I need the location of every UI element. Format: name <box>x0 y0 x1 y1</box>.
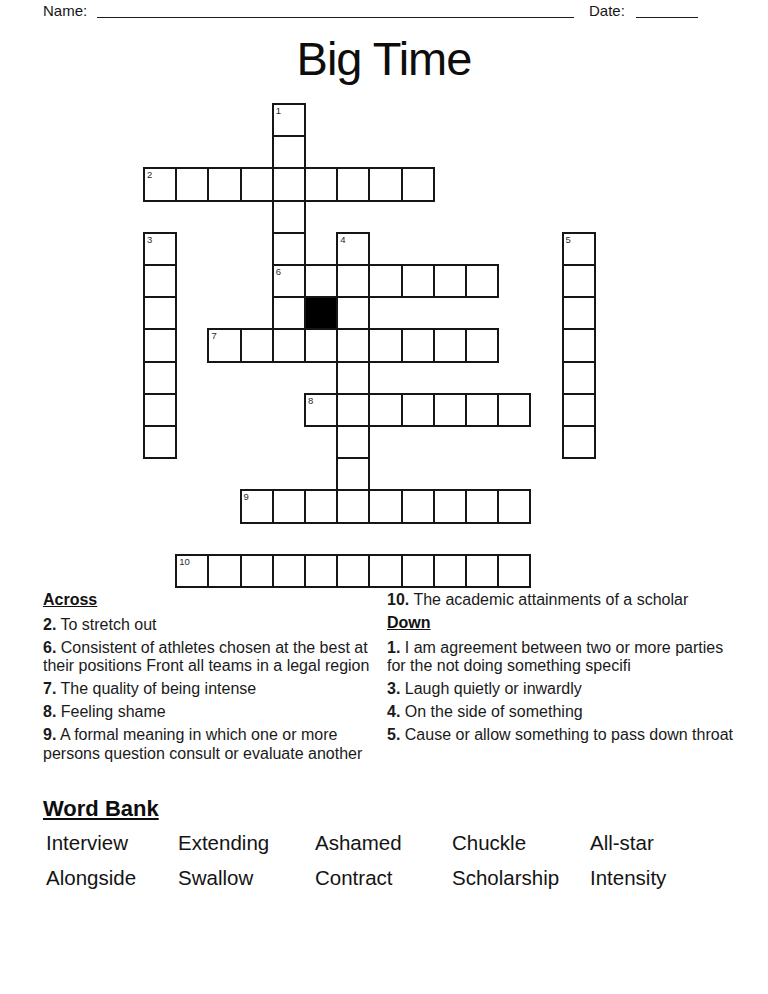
clue-number-label: 6. <box>43 639 56 656</box>
word-bank-word: Intensity <box>590 866 740 890</box>
grid-cell-r10-c0[interactable] <box>143 425 177 459</box>
grid-cell-r2-c4[interactable] <box>272 167 306 201</box>
word-bank-word: Contract <box>315 866 452 890</box>
grid-cell-r8-c6[interactable] <box>336 361 370 395</box>
grid-cell-r14-c1[interactable]: 10 <box>175 554 209 588</box>
cell-number-2: 2 <box>147 170 152 180</box>
across-header: Across <box>43 591 390 610</box>
grid-cell-r7-c13[interactable] <box>562 328 596 362</box>
grid-cell-r9-c5[interactable]: 8 <box>304 393 338 427</box>
clue-number-label: 10. <box>387 591 409 608</box>
clue-number-label: 4. <box>387 703 400 720</box>
word-bank-word: Swallow <box>178 866 315 890</box>
clue-9: 9. A formal meaning in which one or more… <box>43 726 390 763</box>
cell-number-6: 6 <box>276 267 281 277</box>
grid-cell-r5-c7[interactable] <box>368 264 402 298</box>
clue-4: 4. On the side of something <box>387 703 743 722</box>
cell-number-7: 7 <box>211 331 216 341</box>
word-bank: InterviewExtendingAshamedChuckleAll-star… <box>46 831 740 890</box>
grid-cell-r1-c4[interactable] <box>272 135 306 169</box>
grid-cell-r14-c5[interactable] <box>304 554 338 588</box>
crossword-grid: 12345678910 <box>143 103 598 590</box>
grid-cell-r12-c11[interactable] <box>497 489 531 523</box>
grid-cell-r12-c10[interactable] <box>465 489 499 523</box>
clue-5: 5. Cause or allow something to pass down… <box>387 726 743 745</box>
grid-cell-r9-c11[interactable] <box>497 393 531 427</box>
grid-cell-r4-c13[interactable]: 5 <box>562 232 596 266</box>
grid-cell-r7-c4[interactable] <box>272 328 306 362</box>
clue-number-label: 1. <box>387 639 400 656</box>
worksheet-page: Name: Date: Big Time 12345678910 Across … <box>0 0 768 994</box>
cell-number-8: 8 <box>308 396 313 406</box>
grid-cell-r6-c0[interactable] <box>143 296 177 330</box>
grid-cell-r9-c7[interactable] <box>368 393 402 427</box>
clue-number-label: 5. <box>387 726 400 743</box>
grid-cell-r2-c1[interactable] <box>175 167 209 201</box>
grid-cell-r5-c10[interactable] <box>465 264 499 298</box>
grid-cell-r14-c7[interactable] <box>368 554 402 588</box>
clue-7: 7. The quality of being intense <box>43 680 390 699</box>
clue-1: 1. I am agreement between two or more pa… <box>387 639 743 676</box>
grid-cell-r14-c9[interactable] <box>433 554 467 588</box>
grid-cell-r6-c13[interactable] <box>562 296 596 330</box>
grid-cell-r5-c9[interactable] <box>433 264 467 298</box>
down-clues-column: 10. The academic attainments of a schola… <box>387 591 743 749</box>
clue-10: 10. The academic attainments of a schola… <box>387 591 743 610</box>
cell-number-10: 10 <box>179 557 190 567</box>
clue-8: 8. Feeling shame <box>43 703 390 722</box>
grid-cell-r7-c3[interactable] <box>240 328 274 362</box>
grid-cell-r12-c5[interactable] <box>304 489 338 523</box>
grid-cell-r7-c9[interactable] <box>433 328 467 362</box>
grid-cell-r2-c8[interactable] <box>401 167 435 201</box>
grid-cell-r12-c4[interactable] <box>272 489 306 523</box>
grid-cell-r9-c0[interactable] <box>143 393 177 427</box>
clue-number-label: 8. <box>43 703 56 720</box>
grid-cell-r7-c7[interactable] <box>368 328 402 362</box>
word-bank-word: All-star <box>590 831 740 855</box>
grid-cell-r2-c5[interactable] <box>304 167 338 201</box>
clue-number-label: 7. <box>43 680 56 697</box>
grid-cell-r5-c5[interactable] <box>304 264 338 298</box>
grid-cell-r5-c4[interactable]: 6 <box>272 264 306 298</box>
grid-cell-r10-c6[interactable] <box>336 425 370 459</box>
grid-cell-r14-c11[interactable] <box>497 554 531 588</box>
word-bank-word: Ashamed <box>315 831 452 855</box>
grid-cell-r9-c8[interactable] <box>401 393 435 427</box>
grid-cell-r2-c7[interactable] <box>368 167 402 201</box>
grid-cell-r8-c0[interactable] <box>143 361 177 395</box>
word-bank-word: Chuckle <box>452 831 590 855</box>
grid-cell-r10-c13[interactable] <box>562 425 596 459</box>
cell-number-1: 1 <box>276 106 281 116</box>
grid-cell-r2-c3[interactable] <box>240 167 274 201</box>
cell-number-4: 4 <box>340 235 345 245</box>
grid-cell-r5-c0[interactable] <box>143 264 177 298</box>
grid-cell-r11-c6[interactable] <box>336 457 370 491</box>
grid-cell-r2-c6[interactable] <box>336 167 370 201</box>
page-title: Big Time <box>0 31 768 86</box>
clue-3: 3. Laugh quietly or inwardly <box>387 680 743 699</box>
grid-cell-r6-c4[interactable] <box>272 296 306 330</box>
grid-cell-r5-c6[interactable] <box>336 264 370 298</box>
grid-cell-r14-c6[interactable] <box>336 554 370 588</box>
grid-cell-r4-c6[interactable]: 4 <box>336 232 370 266</box>
grid-cell-r2-c0[interactable]: 2 <box>143 167 177 201</box>
grid-cell-r8-c13[interactable] <box>562 361 596 395</box>
grid-cell-r14-c4[interactable] <box>272 554 306 588</box>
grid-cell-r6-c6[interactable] <box>336 296 370 330</box>
clue-number-label: 2. <box>43 616 56 633</box>
grid-cell-r3-c4[interactable] <box>272 200 306 234</box>
grid-cell-r7-c2[interactable]: 7 <box>207 328 241 362</box>
clue-number-label: 9. <box>43 726 56 743</box>
grid-cell-r4-c0[interactable]: 3 <box>143 232 177 266</box>
grid-cell-r9-c10[interactable] <box>465 393 499 427</box>
grid-cell-r14-c3[interactable] <box>240 554 274 588</box>
word-bank-word: Interview <box>46 831 178 855</box>
grid-cell-r12-c3[interactable]: 9 <box>240 489 274 523</box>
cell-number-9: 9 <box>244 492 249 502</box>
grid-cell-r4-c4[interactable] <box>272 232 306 266</box>
name-label: Name: <box>43 2 87 19</box>
grid-cell-r9-c13[interactable] <box>562 393 596 427</box>
grid-cell-r7-c6[interactable] <box>336 328 370 362</box>
grid-cell-r5-c13[interactable] <box>562 264 596 298</box>
grid-cell-r12-c8[interactable] <box>401 489 435 523</box>
date-input-line[interactable] <box>636 0 698 18</box>
grid-cell-r7-c5[interactable] <box>304 328 338 362</box>
grid-cell-r14-c10[interactable] <box>465 554 499 588</box>
word-bank-word: Extending <box>178 831 315 855</box>
grid-cell-r0-c4[interactable]: 1 <box>272 103 306 137</box>
grid-cell-r2-c2[interactable] <box>207 167 241 201</box>
across-clues-column: Across 2. To stretch out6. Consistent of… <box>43 591 390 768</box>
across-clue-list: 2. To stretch out6. Consistent of athlet… <box>43 616 390 764</box>
word-bank-word: Scholarship <box>452 866 590 890</box>
grid-cell-r5-c8[interactable] <box>401 264 435 298</box>
grid-cell-r9-c9[interactable] <box>433 393 467 427</box>
name-input-line[interactable] <box>97 0 574 18</box>
cell-number-5: 5 <box>566 235 571 245</box>
grid-cell-r9-c6[interactable] <box>336 393 370 427</box>
clue-6: 6. Consistent of athletes chosen at the … <box>43 639 390 676</box>
clue-number-label: 3. <box>387 680 400 697</box>
grid-cell-r12-c6[interactable] <box>336 489 370 523</box>
grid-cell-r7-c8[interactable] <box>401 328 435 362</box>
grid-cell-r7-c0[interactable] <box>143 328 177 362</box>
word-bank-word: Alongside <box>46 866 178 890</box>
grid-cell-r14-c8[interactable] <box>401 554 435 588</box>
grid-cell-r12-c9[interactable] <box>433 489 467 523</box>
grid-cell-r7-c10[interactable] <box>465 328 499 362</box>
across-clue-overflow: 10. The academic attainments of a schola… <box>387 591 743 610</box>
word-bank-header: Word Bank <box>43 796 159 822</box>
date-label: Date: <box>589 2 625 19</box>
down-clue-list: 1. I am agreement between two or more pa… <box>387 639 743 745</box>
cell-number-3: 3 <box>147 235 152 245</box>
down-header: Down <box>387 614 743 633</box>
clue-2: 2. To stretch out <box>43 616 390 635</box>
grid-cell-r14-c2[interactable] <box>207 554 241 588</box>
grid-cell-r12-c7[interactable] <box>368 489 402 523</box>
black-cell <box>304 296 338 330</box>
